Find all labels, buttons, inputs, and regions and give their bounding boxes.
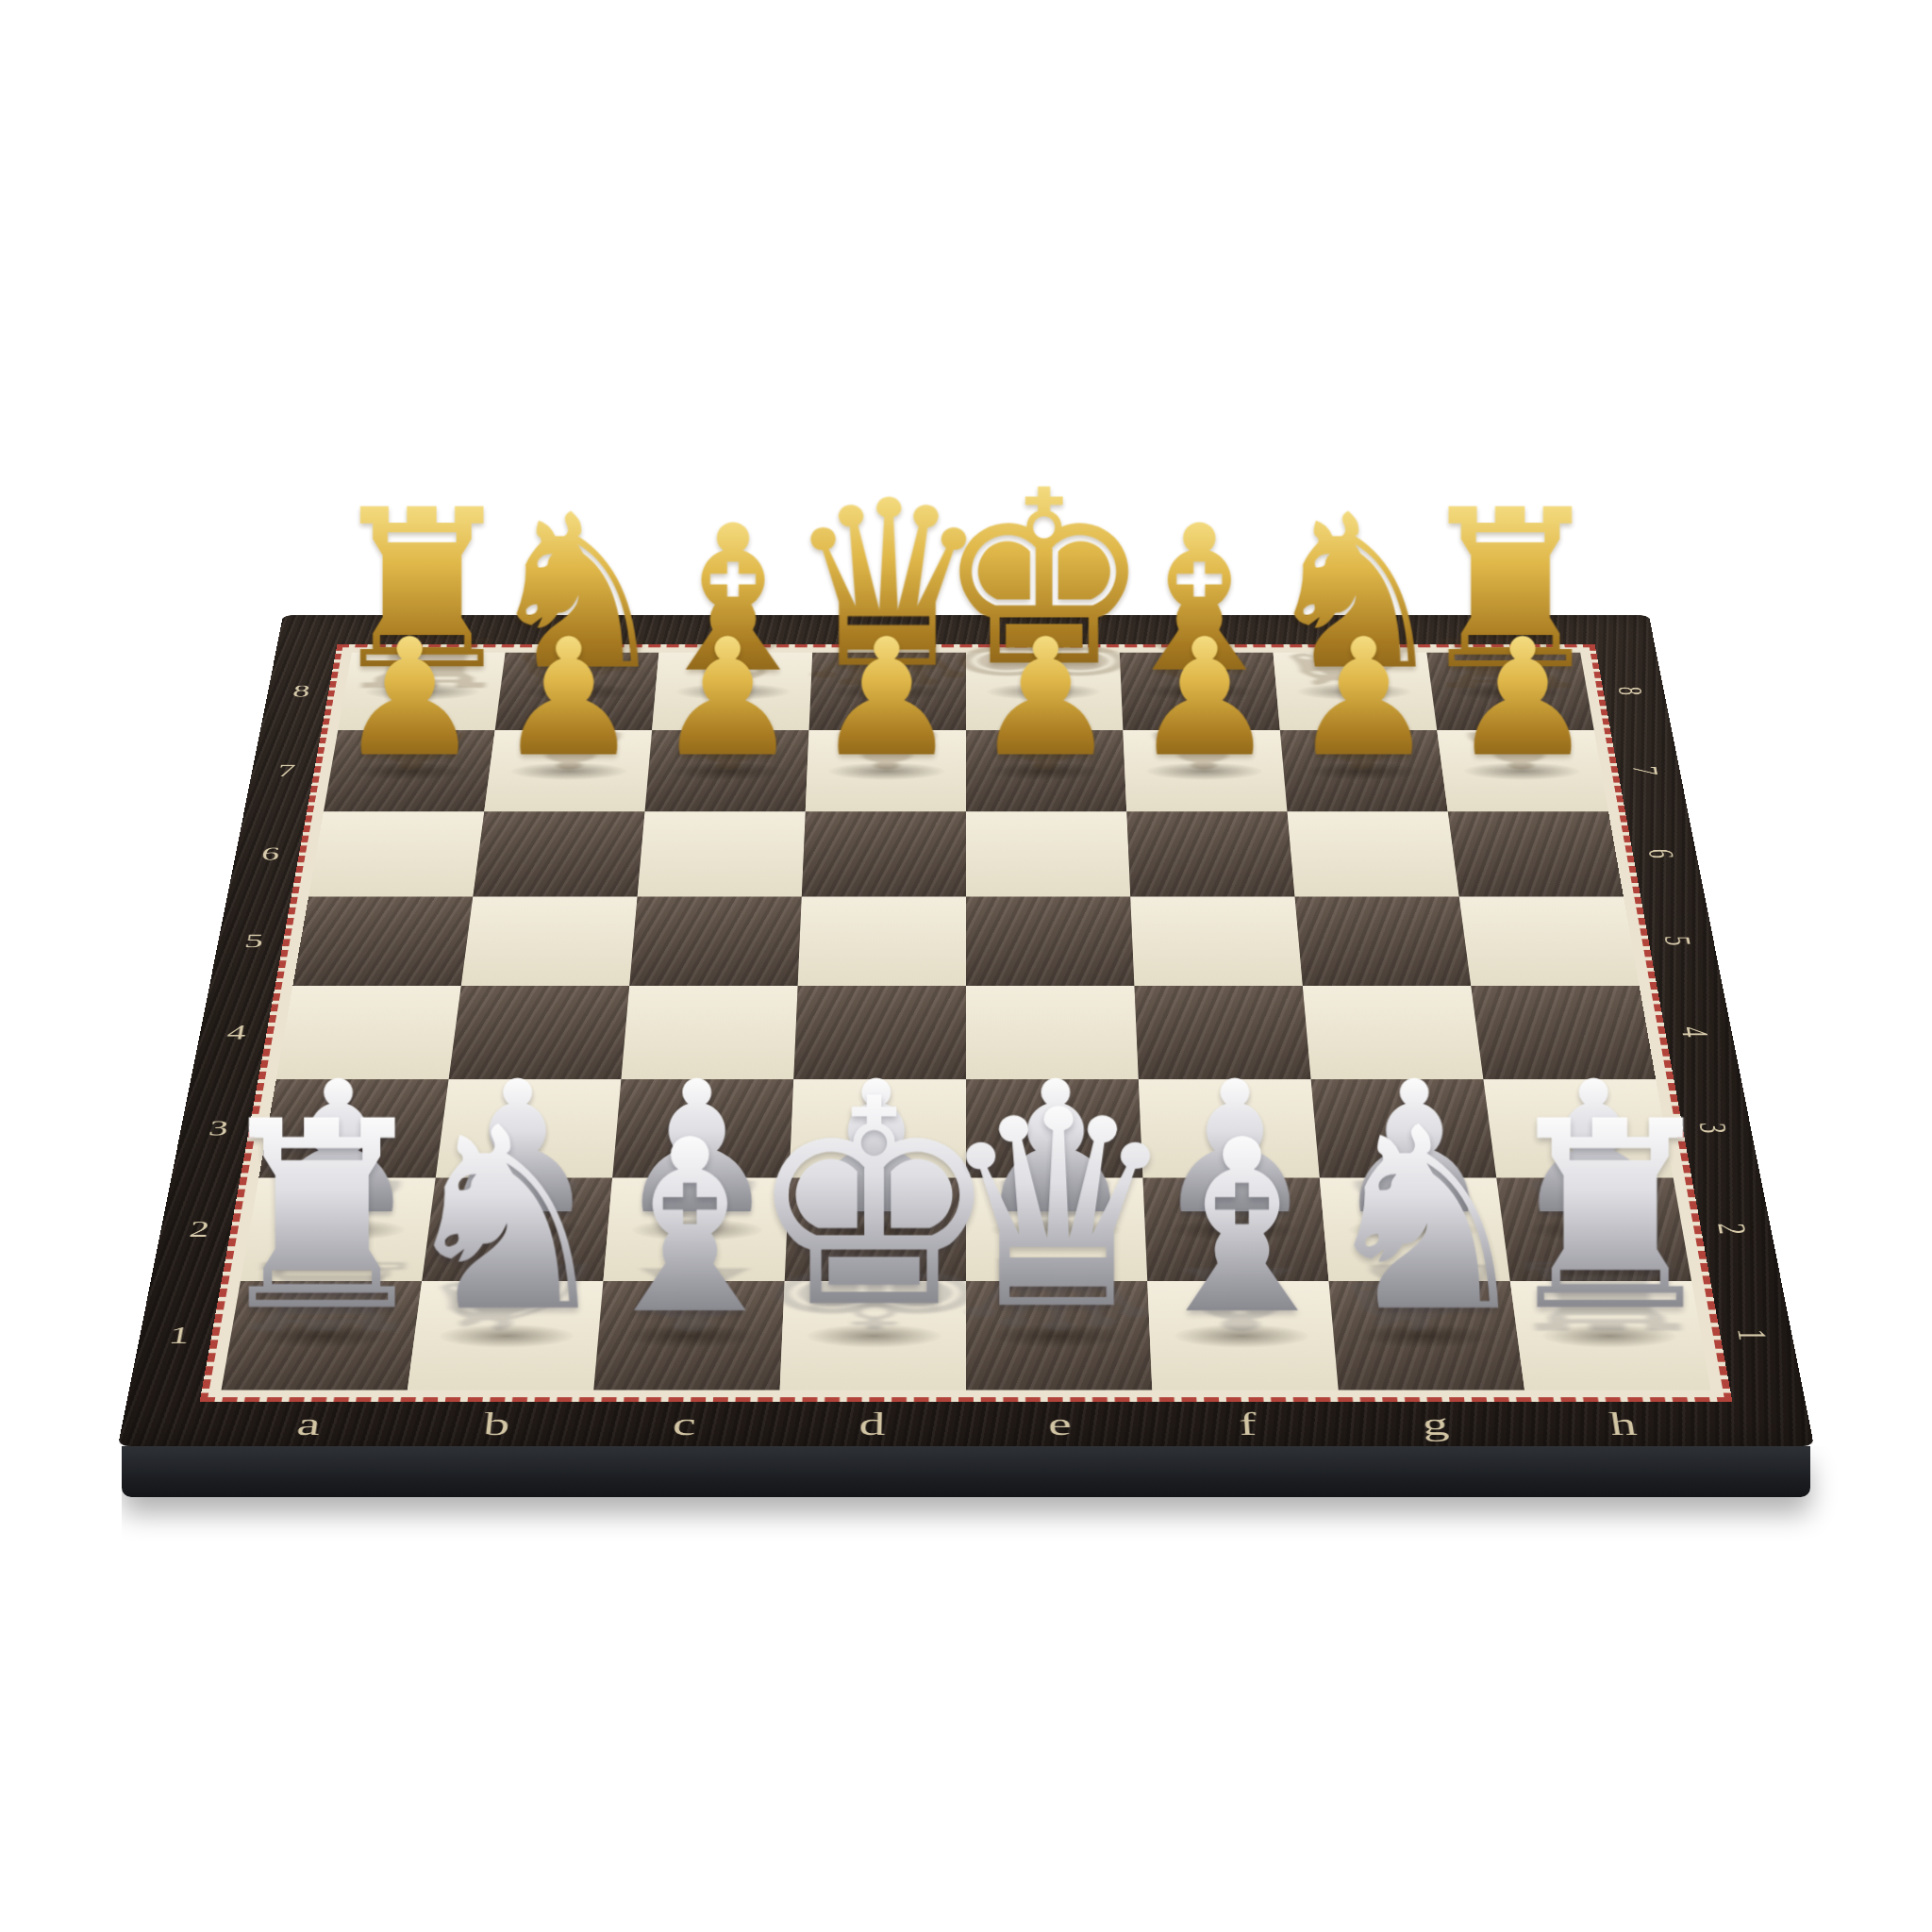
rank-label-6: 6	[239, 811, 302, 896]
rank-label-8: 8	[272, 653, 331, 730]
chess-set-photo: 87654321 87654321 abcdefgh ♜♜♞♞♝♝♛♛♚♚♝♝♞…	[0, 0, 1932, 1932]
square-c6[interactable]	[638, 811, 806, 896]
square-g5[interactable]	[1294, 896, 1471, 986]
rank-label-7: 7	[1564, 758, 1727, 782]
square-a7[interactable]: ♟♟	[324, 730, 495, 811]
square-b5[interactable]	[461, 896, 638, 986]
rank-label-2: 2	[1641, 1214, 1825, 1244]
square-c7[interactable]: ♟♟	[645, 730, 809, 811]
square-d7[interactable]: ♟♟	[806, 730, 966, 811]
square-f1[interactable]: ♝♝	[1147, 1281, 1338, 1390]
square-f5[interactable]	[1130, 896, 1303, 986]
rank-label-8: 8	[1551, 679, 1710, 702]
rank-label-6: 6	[1578, 841, 1745, 866]
pawn-glyph: ♟	[814, 618, 959, 780]
square-e6[interactable]	[966, 811, 1130, 896]
pawn-glyph: ♟	[973, 618, 1118, 780]
square-b7[interactable]: ♟♟	[484, 730, 652, 811]
board-grid: ♜♜♞♞♝♝♛♛♚♚♝♝♞♞♜♜♟♟♟♟♟♟♟♟♟♟♟♟♟♟♟♟♟♟♟♟♟♟♟♟…	[222, 653, 1711, 1391]
file-label-e: e	[966, 1407, 1155, 1441]
pawn-glyph: ♟	[655, 618, 800, 780]
square-d5[interactable]	[798, 896, 966, 986]
square-b6[interactable]	[473, 811, 644, 896]
square-c5[interactable]	[629, 896, 802, 986]
square-g6[interactable]	[1287, 811, 1458, 896]
square-d6[interactable]	[802, 811, 966, 896]
pawn-glyph: ♟	[1291, 618, 1436, 780]
pawn-glyph: ♟	[1132, 618, 1277, 780]
file-label-h: h	[1527, 1407, 1720, 1441]
file-labels-bottom: abcdefgh	[212, 1407, 1720, 1441]
square-a1[interactable]: ♜♜	[222, 1281, 423, 1390]
rank-label-3: 3	[1624, 1114, 1804, 1142]
file-label-b: b	[401, 1407, 592, 1441]
square-f6[interactable]	[1126, 811, 1294, 896]
file-label-a: a	[212, 1407, 405, 1441]
board-side-edge	[122, 1446, 1810, 1497]
file-label-g: g	[1340, 1407, 1531, 1441]
file-label-d: d	[777, 1407, 966, 1441]
pinstripe-frame: ♜♜♞♞♝♝♛♛♚♚♝♝♞♞♜♜♟♟♟♟♟♟♟♟♟♟♟♟♟♟♟♟♟♟♟♟♟♟♟♟…	[200, 644, 1733, 1402]
square-e7[interactable]: ♟♟	[966, 730, 1126, 811]
file-label-c: c	[590, 1407, 779, 1441]
pawn-glyph: ♟	[496, 618, 641, 780]
square-a6[interactable]	[308, 811, 484, 896]
square-e1[interactable]: ♛♛	[966, 1281, 1152, 1390]
chessboard: 87654321 87654321 abcdefgh ♜♜♞♞♝♝♛♛♚♚♝♝♞…	[118, 615, 1814, 1446]
rank-label-1: 1	[1657, 1319, 1847, 1350]
square-e5[interactable]	[966, 896, 1134, 986]
square-a5[interactable]	[292, 896, 473, 986]
rank-label-7: 7	[256, 730, 317, 811]
square-b1[interactable]: ♞♞	[408, 1281, 604, 1390]
board-border: 87654321 87654321 abcdefgh ♜♜♞♞♝♝♛♛♚♚♝♝♞…	[118, 615, 1814, 1446]
square-g7[interactable]: ♟♟	[1280, 730, 1448, 811]
rank-label-4: 4	[1607, 1019, 1783, 1046]
rank-label-5: 5	[1592, 928, 1763, 954]
square-f7[interactable]: ♟♟	[1123, 730, 1287, 811]
pawn-glyph: ♟	[337, 618, 482, 780]
file-label-f: f	[1153, 1407, 1342, 1441]
